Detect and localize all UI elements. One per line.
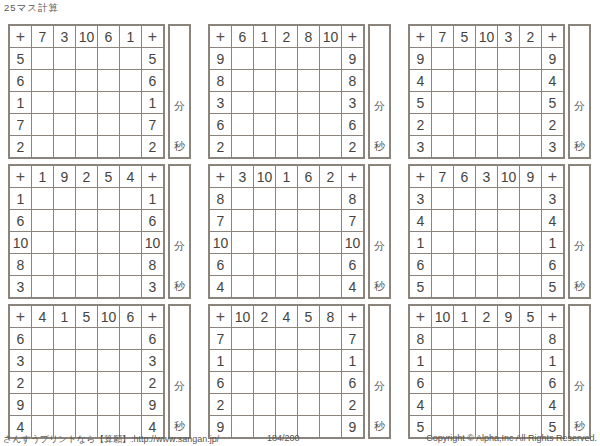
answer-cell (54, 70, 75, 91)
minutes-label: 分 (570, 379, 589, 394)
row-header-echo-cell: 9 (342, 48, 363, 69)
calc-grid-3: +751032+9944552233 (408, 24, 565, 159)
operator-cell: + (142, 26, 163, 47)
row-header-echo-cell: 2 (342, 136, 363, 157)
answer-cell (520, 92, 541, 113)
minutes-label: 分 (370, 99, 389, 114)
answer-cell (76, 232, 97, 253)
row-header-echo-cell: 1 (342, 350, 363, 371)
answer-cell (232, 350, 253, 371)
answer-cell (432, 92, 453, 113)
answer-cell (54, 372, 75, 393)
answer-cell (32, 232, 53, 253)
answer-cell (76, 70, 97, 91)
timer-box: 分秒 (568, 24, 591, 159)
answer-cell (76, 372, 97, 393)
answer-cell (32, 394, 53, 415)
answer-cell (320, 136, 341, 157)
col-header-cell: 1 (120, 26, 141, 47)
row-header-cell: 6 (210, 114, 231, 135)
answer-cell (476, 92, 497, 113)
answer-cell (254, 114, 275, 135)
answer-cell (276, 232, 297, 253)
row-header-echo-cell: 8 (142, 254, 163, 275)
col-header-cell: 6 (98, 26, 119, 47)
col-header-cell: 5 (98, 166, 119, 187)
answer-cell (76, 92, 97, 113)
answer-cell (54, 92, 75, 113)
row-header-echo-cell: 5 (542, 92, 563, 113)
seconds-label: 秒 (570, 419, 589, 434)
col-header-cell: 2 (76, 166, 97, 187)
answer-cell (476, 372, 497, 393)
answer-cell (232, 394, 253, 415)
operator-cell: + (410, 166, 431, 187)
calc-grid-4: +19254+116610108833 (8, 164, 165, 299)
answer-cell (54, 136, 75, 157)
seconds-label: 秒 (170, 139, 189, 154)
operator-cell: + (542, 306, 563, 327)
answer-cell (120, 210, 141, 231)
operator-cell: + (210, 306, 231, 327)
answer-cell (498, 372, 519, 393)
answer-cell (232, 328, 253, 349)
answer-cell (76, 328, 97, 349)
seconds-label: 秒 (370, 139, 389, 154)
row-header-cell: 8 (410, 328, 431, 349)
answer-cell (232, 210, 253, 231)
answer-cell (76, 136, 97, 157)
operator-cell: + (210, 166, 231, 187)
answer-cell (120, 254, 141, 275)
seconds-label: 秒 (570, 279, 589, 294)
row-header-cell: 6 (410, 372, 431, 393)
answer-cell (320, 114, 341, 135)
answer-cell (98, 372, 119, 393)
answer-cell (476, 136, 497, 157)
answer-cell (454, 276, 475, 297)
answer-cell (520, 276, 541, 297)
answer-cell (54, 328, 75, 349)
answer-cell (254, 394, 275, 415)
answer-cell (254, 232, 275, 253)
row-header-cell: 1 (410, 350, 431, 371)
operator-cell: + (10, 26, 31, 47)
minutes-label: 分 (170, 239, 189, 254)
answer-cell (298, 276, 319, 297)
col-header-cell: 3 (232, 166, 253, 187)
seconds-label: 秒 (370, 279, 389, 294)
answer-cell (320, 276, 341, 297)
answer-cell (254, 350, 275, 371)
timer-box: 分秒 (568, 164, 591, 299)
row-header-cell: 9 (410, 48, 431, 69)
operator-cell: + (542, 166, 563, 187)
minutes-label: 分 (170, 99, 189, 114)
answer-cell (498, 394, 519, 415)
answer-cell (76, 114, 97, 135)
row-header-echo-cell: 3 (142, 350, 163, 371)
row-header-echo-cell: 4 (542, 394, 563, 415)
row-header-cell: 2 (210, 394, 231, 415)
col-header-cell: 1 (32, 166, 53, 187)
answer-cell (432, 350, 453, 371)
answer-cell (120, 372, 141, 393)
col-header-cell: 10 (320, 26, 341, 47)
col-header-cell: 10 (98, 306, 119, 327)
row-header-echo-cell: 9 (542, 48, 563, 69)
answer-cell (320, 48, 341, 69)
operator-cell: + (410, 26, 431, 47)
answer-cell (320, 70, 341, 91)
answer-cell (298, 48, 319, 69)
answer-cell (98, 394, 119, 415)
answer-cell (520, 350, 541, 371)
row-header-echo-cell: 6 (542, 372, 563, 393)
row-header-cell: 3 (410, 188, 431, 209)
minutes-label: 分 (570, 239, 589, 254)
answer-cell (298, 328, 319, 349)
answer-cell (454, 48, 475, 69)
answer-cell (476, 48, 497, 69)
answer-cell (320, 328, 341, 349)
col-header-cell: 2 (320, 166, 341, 187)
row-header-echo-cell: 1 (542, 232, 563, 253)
answer-cell (498, 328, 519, 349)
answer-cell (520, 70, 541, 91)
answer-cell (232, 372, 253, 393)
answer-cell (98, 70, 119, 91)
row-header-cell: 1 (210, 350, 231, 371)
row-header-cell: 5 (410, 276, 431, 297)
answer-cell (232, 254, 253, 275)
row-header-cell: 10 (210, 232, 231, 253)
answer-cell (120, 276, 141, 297)
operator-cell: + (342, 166, 363, 187)
answer-cell (476, 394, 497, 415)
answer-cell (98, 114, 119, 135)
answer-cell (454, 232, 475, 253)
answer-cell (120, 394, 141, 415)
row-header-cell: 4 (410, 70, 431, 91)
operator-cell: + (210, 26, 231, 47)
answer-cell (298, 416, 319, 437)
answer-cell (298, 372, 319, 393)
answer-cell (298, 188, 319, 209)
row-header-cell: 8 (210, 188, 231, 209)
answer-cell (476, 254, 497, 275)
answer-cell (520, 254, 541, 275)
answer-cell (32, 372, 53, 393)
answer-cell (476, 276, 497, 297)
answer-cell (476, 210, 497, 231)
answer-cell (432, 232, 453, 253)
operator-cell: + (10, 166, 31, 187)
row-header-cell: 7 (10, 114, 31, 135)
row-header-cell: 6 (10, 210, 31, 231)
answer-cell (32, 350, 53, 371)
answer-cell (98, 210, 119, 231)
row-header-echo-cell: 3 (142, 276, 163, 297)
row-header-echo-cell: 4 (542, 70, 563, 91)
col-header-cell: 9 (520, 166, 541, 187)
timer-box: 分秒 (368, 164, 391, 299)
puzzle-block-8: +102458+7711662299分秒 (208, 304, 393, 439)
col-header-cell: 3 (476, 166, 497, 187)
answer-cell (298, 394, 319, 415)
operator-cell: + (142, 306, 163, 327)
row-header-cell: 2 (410, 114, 431, 135)
row-header-echo-cell: 10 (342, 232, 363, 253)
answer-cell (498, 232, 519, 253)
answer-cell (32, 210, 53, 231)
answer-cell (432, 394, 453, 415)
timer-box: 分秒 (368, 24, 391, 159)
answer-cell (320, 232, 341, 253)
answer-cell (276, 92, 297, 113)
row-header-echo-cell: 4 (342, 276, 363, 297)
minutes-label: 分 (170, 379, 189, 394)
col-header-cell: 4 (32, 306, 53, 327)
col-header-cell: 5 (298, 306, 319, 327)
seconds-label: 秒 (170, 419, 189, 434)
answer-cell (232, 136, 253, 157)
operator-cell: + (542, 26, 563, 47)
col-header-cell: 9 (54, 166, 75, 187)
answer-cell (276, 372, 297, 393)
answer-cell (520, 210, 541, 231)
col-header-cell: 2 (476, 306, 497, 327)
row-header-echo-cell: 8 (542, 328, 563, 349)
answer-cell (320, 416, 341, 437)
calc-grid-6: +763109+3344116655 (408, 164, 565, 299)
col-header-cell: 9 (498, 306, 519, 327)
row-header-cell: 3 (210, 92, 231, 113)
row-header-echo-cell: 9 (142, 394, 163, 415)
col-header-cell: 5 (520, 306, 541, 327)
row-header-echo-cell: 2 (142, 136, 163, 157)
row-header-echo-cell: 5 (142, 48, 163, 69)
answer-cell (254, 48, 275, 69)
answer-cell (454, 136, 475, 157)
answer-cell (298, 254, 319, 275)
answer-cell (520, 328, 541, 349)
answer-cell (320, 92, 341, 113)
col-header-cell: 10 (254, 166, 275, 187)
answer-cell (254, 254, 275, 275)
answer-cell (54, 350, 75, 371)
col-header-cell: 2 (276, 26, 297, 47)
puzzle-block-2: +612810+9988336622分秒 (208, 24, 393, 159)
row-header-echo-cell: 6 (142, 210, 163, 231)
answer-cell (54, 394, 75, 415)
answer-cell (454, 372, 475, 393)
row-header-echo-cell: 2 (542, 114, 563, 135)
answer-cell (276, 276, 297, 297)
row-header-cell: 4 (410, 394, 431, 415)
answer-cell (276, 394, 297, 415)
answer-cell (298, 210, 319, 231)
answer-cell (454, 70, 475, 91)
answer-cell (276, 70, 297, 91)
answer-cell (32, 188, 53, 209)
answer-cell (298, 232, 319, 253)
answer-cell (498, 114, 519, 135)
puzzle-block-3: +751032+9944552233分秒 (408, 24, 593, 159)
answer-cell (254, 372, 275, 393)
seconds-label: 秒 (370, 419, 389, 434)
row-header-cell: 4 (210, 276, 231, 297)
col-header-cell: 6 (120, 306, 141, 327)
col-header-cell: 5 (76, 306, 97, 327)
answer-cell (76, 188, 97, 209)
answer-cell (320, 254, 341, 275)
puzzle-block-9: +101295+8811664455分秒 (408, 304, 593, 439)
row-header-cell: 3 (10, 276, 31, 297)
col-header-cell: 6 (232, 26, 253, 47)
answer-cell (76, 254, 97, 275)
answer-cell (454, 188, 475, 209)
answer-cell (54, 276, 75, 297)
timer-box: 分秒 (168, 304, 191, 439)
answer-cell (298, 350, 319, 371)
operator-cell: + (410, 306, 431, 327)
answer-cell (298, 136, 319, 157)
row-header-cell: 1 (10, 92, 31, 113)
answer-cell (432, 328, 453, 349)
answer-cell (32, 92, 53, 113)
row-header-cell: 6 (10, 70, 31, 91)
row-header-cell: 8 (210, 70, 231, 91)
answer-cell (54, 188, 75, 209)
puzzle-block-7: +415106+6633229944分秒 (8, 304, 193, 439)
col-header-cell: 8 (320, 306, 341, 327)
answer-cell (32, 70, 53, 91)
answer-cell (454, 114, 475, 135)
answer-cell (520, 136, 541, 157)
row-header-cell: 9 (10, 394, 31, 415)
answer-cell (432, 70, 453, 91)
answer-cell (432, 48, 453, 69)
answer-cell (498, 254, 519, 275)
row-header-echo-cell: 1 (142, 92, 163, 113)
row-header-cell: 5 (410, 92, 431, 113)
col-header-cell: 7 (432, 166, 453, 187)
row-header-echo-cell: 6 (342, 372, 363, 393)
answer-cell (498, 276, 519, 297)
answer-cell (432, 276, 453, 297)
answer-cell (54, 210, 75, 231)
row-header-echo-cell: 10 (142, 232, 163, 253)
answer-cell (454, 350, 475, 371)
answer-cell (32, 114, 53, 135)
timer-box: 分秒 (168, 164, 191, 299)
answer-cell (320, 210, 341, 231)
answer-cell (454, 328, 475, 349)
operator-cell: + (342, 26, 363, 47)
answer-cell (432, 372, 453, 393)
col-header-cell: 4 (120, 166, 141, 187)
row-header-cell: 6 (210, 254, 231, 275)
answer-cell (120, 136, 141, 157)
row-header-echo-cell: 6 (142, 70, 163, 91)
col-header-cell: 1 (454, 306, 475, 327)
row-header-echo-cell: 5 (542, 276, 563, 297)
row-header-cell: 3 (410, 136, 431, 157)
answer-cell (498, 92, 519, 113)
answer-cell (54, 48, 75, 69)
answer-cell (232, 188, 253, 209)
row-header-echo-cell: 7 (142, 114, 163, 135)
answer-cell (232, 48, 253, 69)
answer-cell (98, 136, 119, 157)
answer-cell (76, 210, 97, 231)
row-header-cell: 6 (410, 254, 431, 275)
answer-cell (254, 328, 275, 349)
answer-cell (276, 48, 297, 69)
answer-cell (32, 48, 53, 69)
answer-cell (32, 136, 53, 157)
answer-cell (432, 188, 453, 209)
answer-cell (232, 276, 253, 297)
answer-cell (54, 114, 75, 135)
row-header-cell: 1 (410, 232, 431, 253)
answer-cell (432, 114, 453, 135)
col-header-cell: 1 (54, 306, 75, 327)
answer-cell (498, 70, 519, 91)
col-header-cell: 7 (432, 26, 453, 47)
row-header-cell: 9 (210, 48, 231, 69)
answer-cell (254, 188, 275, 209)
answer-cell (432, 136, 453, 157)
col-header-cell: 10 (76, 26, 97, 47)
answer-cell (476, 70, 497, 91)
answer-cell (520, 394, 541, 415)
row-header-cell: 3 (10, 350, 31, 371)
minutes-label: 分 (370, 379, 389, 394)
timer-box: 分秒 (368, 304, 391, 439)
row-header-echo-cell: 7 (342, 210, 363, 231)
answer-cell (76, 350, 97, 371)
row-header-echo-cell: 1 (542, 350, 563, 371)
answer-cell (320, 372, 341, 393)
timer-box: 分秒 (568, 304, 591, 439)
answer-cell (432, 210, 453, 231)
col-header-cell: 1 (276, 166, 297, 187)
copyright: Copyright © Alpha,Inc All Rights Reserve… (426, 433, 597, 443)
row-header-echo-cell: 1 (142, 188, 163, 209)
row-header-cell: 6 (210, 372, 231, 393)
row-header-cell: 2 (10, 136, 31, 157)
answer-cell (476, 350, 497, 371)
answer-cell (454, 394, 475, 415)
seconds-label: 秒 (170, 279, 189, 294)
answer-cell (520, 48, 541, 69)
timer-box: 分秒 (168, 24, 191, 159)
answer-cell (298, 92, 319, 113)
answer-cell (276, 350, 297, 371)
col-header-cell: 7 (32, 26, 53, 47)
answer-cell (98, 276, 119, 297)
col-header-cell: 3 (54, 26, 75, 47)
row-header-echo-cell: 6 (342, 114, 363, 135)
operator-cell: + (10, 306, 31, 327)
operator-cell: + (342, 306, 363, 327)
answer-cell (232, 92, 253, 113)
col-header-cell: 2 (520, 26, 541, 47)
col-header-cell: 2 (254, 306, 275, 327)
row-header-cell: 1 (10, 188, 31, 209)
